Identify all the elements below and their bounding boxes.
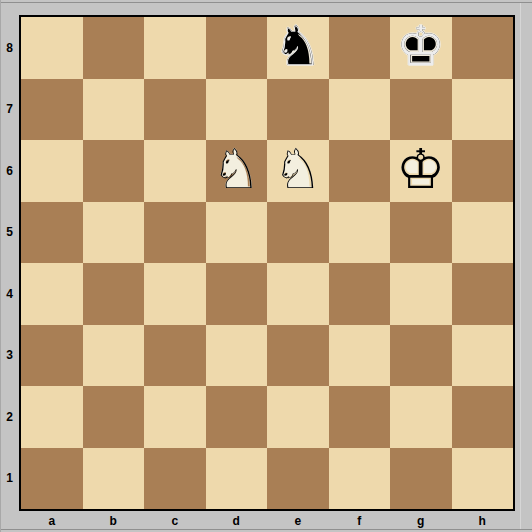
black-knight[interactable]: ♞♘ — [267, 17, 329, 79]
piece-outline-glyph: ♘ — [267, 139, 329, 201]
square-f3[interactable] — [329, 325, 391, 387]
square-a7[interactable] — [21, 79, 83, 141]
square-g6[interactable]: ♚♔ — [390, 140, 452, 202]
square-b7[interactable] — [83, 79, 145, 141]
square-b4[interactable] — [83, 263, 145, 325]
square-a4[interactable] — [21, 263, 83, 325]
square-g4[interactable] — [390, 263, 452, 325]
file-label-f: f — [329, 511, 391, 530]
rank-label-7: 7 — [0, 79, 19, 141]
square-e7[interactable] — [267, 79, 329, 141]
rank-label-8: 8 — [0, 17, 19, 79]
square-h5[interactable] — [452, 202, 514, 264]
square-h7[interactable] — [452, 79, 514, 141]
square-b8[interactable] — [83, 17, 145, 79]
square-e4[interactable] — [267, 263, 329, 325]
chess-app-window: 87654321 ♞♘♚♔♞♘♞♘♚♔ abcdefgh — [0, 0, 532, 532]
square-d4[interactable] — [206, 263, 268, 325]
square-b1[interactable] — [83, 448, 145, 510]
square-e3[interactable] — [267, 325, 329, 387]
square-b5[interactable] — [83, 202, 145, 264]
rank-labels: 87654321 — [0, 17, 19, 509]
square-c1[interactable] — [144, 448, 206, 510]
square-h1[interactable] — [452, 448, 514, 510]
window-right-edge — [520, 3, 521, 529]
rank-label-3: 3 — [0, 325, 19, 387]
square-a1[interactable] — [21, 448, 83, 510]
square-d1[interactable] — [206, 448, 268, 510]
piece-outline-glyph: ♔ — [390, 16, 452, 78]
square-h3[interactable] — [452, 325, 514, 387]
black-king[interactable]: ♚♔ — [390, 17, 452, 79]
file-label-g: g — [390, 511, 452, 530]
square-b3[interactable] — [83, 325, 145, 387]
square-h6[interactable] — [452, 140, 514, 202]
square-f5[interactable] — [329, 202, 391, 264]
file-label-h: h — [452, 511, 514, 530]
square-g8[interactable]: ♚♔ — [390, 17, 452, 79]
white-knight[interactable]: ♞♘ — [206, 140, 268, 202]
file-labels: abcdefgh — [21, 511, 513, 530]
square-d7[interactable] — [206, 79, 268, 141]
square-c4[interactable] — [144, 263, 206, 325]
rank-label-1: 1 — [0, 448, 19, 510]
square-c5[interactable] — [144, 202, 206, 264]
rank-label-6: 6 — [0, 140, 19, 202]
file-label-b: b — [83, 511, 145, 530]
square-a2[interactable] — [21, 386, 83, 448]
rank-label-4: 4 — [0, 263, 19, 325]
square-c7[interactable] — [144, 79, 206, 141]
square-a6[interactable] — [21, 140, 83, 202]
square-d6[interactable]: ♞♘ — [206, 140, 268, 202]
square-h8[interactable] — [452, 17, 514, 79]
square-a3[interactable] — [21, 325, 83, 387]
board-frame: ♞♘♚♔♞♘♞♘♚♔ — [19, 15, 515, 511]
square-b2[interactable] — [83, 386, 145, 448]
square-e8[interactable]: ♞♘ — [267, 17, 329, 79]
file-label-a: a — [21, 511, 83, 530]
square-f8[interactable] — [329, 17, 391, 79]
square-d3[interactable] — [206, 325, 268, 387]
square-g1[interactable] — [390, 448, 452, 510]
square-a8[interactable] — [21, 17, 83, 79]
square-c2[interactable] — [144, 386, 206, 448]
square-b6[interactable] — [83, 140, 145, 202]
square-e6[interactable]: ♞♘ — [267, 140, 329, 202]
square-c8[interactable] — [144, 17, 206, 79]
square-d5[interactable] — [206, 202, 268, 264]
window-top-edge — [0, 2, 532, 3]
square-h2[interactable] — [452, 386, 514, 448]
square-e1[interactable] — [267, 448, 329, 510]
square-f2[interactable] — [329, 386, 391, 448]
chessboard: ♞♘♚♔♞♘♞♘♚♔ — [21, 17, 513, 509]
square-d2[interactable] — [206, 386, 268, 448]
file-label-c: c — [144, 511, 206, 530]
square-g7[interactable] — [390, 79, 452, 141]
square-g5[interactable] — [390, 202, 452, 264]
square-g2[interactable] — [390, 386, 452, 448]
square-g3[interactable] — [390, 325, 452, 387]
square-e5[interactable] — [267, 202, 329, 264]
square-a5[interactable] — [21, 202, 83, 264]
white-king[interactable]: ♚♔ — [390, 140, 452, 202]
square-e2[interactable] — [267, 386, 329, 448]
file-label-d: d — [206, 511, 268, 530]
square-f6[interactable] — [329, 140, 391, 202]
piece-outline-glyph: ♘ — [206, 139, 268, 201]
square-c6[interactable] — [144, 140, 206, 202]
white-knight[interactable]: ♞♘ — [267, 140, 329, 202]
rank-label-5: 5 — [0, 202, 19, 264]
piece-outline-glyph: ♘ — [267, 16, 329, 78]
square-h4[interactable] — [452, 263, 514, 325]
square-f7[interactable] — [329, 79, 391, 141]
square-c3[interactable] — [144, 325, 206, 387]
rank-label-2: 2 — [0, 386, 19, 448]
piece-outline-glyph: ♔ — [390, 139, 452, 201]
square-d8[interactable] — [206, 17, 268, 79]
square-f4[interactable] — [329, 263, 391, 325]
file-label-e: e — [267, 511, 329, 530]
square-f1[interactable] — [329, 448, 391, 510]
